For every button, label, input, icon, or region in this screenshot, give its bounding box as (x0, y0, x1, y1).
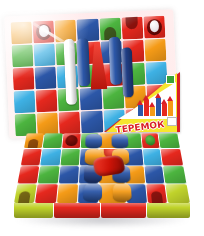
block-cell (24, 133, 44, 148)
block-cell (18, 166, 39, 183)
block-cell (141, 133, 160, 148)
rail-segment (83, 183, 102, 201)
block-cell (57, 184, 78, 203)
rail-segment (112, 183, 132, 201)
front-block (14, 203, 53, 218)
block-cell (37, 166, 59, 183)
block-cell (14, 184, 36, 203)
block-cell (40, 149, 61, 165)
block-cell (159, 133, 180, 148)
platform-deck-grid (14, 133, 190, 203)
block-cell (21, 149, 41, 165)
gate-column (76, 38, 90, 86)
front-block (101, 203, 146, 218)
block-cell (59, 166, 79, 183)
rail-segment (111, 134, 128, 149)
block-platform (5, 107, 199, 235)
block-cell (166, 184, 190, 203)
platform-front-face (14, 203, 190, 218)
gate-column (64, 39, 78, 106)
block-cell (35, 184, 58, 203)
block-cell (163, 166, 186, 183)
brand-logo-icon (166, 75, 175, 84)
block-cell (161, 149, 183, 165)
block-cell (62, 133, 80, 148)
block-cell (143, 149, 163, 165)
block-cell (146, 184, 167, 203)
rail-segment (85, 134, 102, 149)
product-photo: ТЕРЕМОК (0, 0, 204, 236)
block-cell (61, 149, 80, 165)
block-cell (144, 166, 165, 183)
front-block (54, 203, 100, 218)
front-block (147, 203, 190, 218)
block-cell (42, 133, 63, 148)
